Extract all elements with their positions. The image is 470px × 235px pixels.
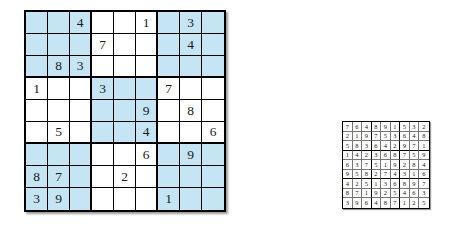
puzzle-cell-r9c5[interactable]	[114, 188, 136, 210]
solution-cell-r3c3: 3	[362, 141, 372, 151]
puzzle-cell-r6c6[interactable]: 4	[136, 122, 158, 144]
puzzle-cell-r4c2[interactable]	[48, 78, 70, 100]
puzzle-cell-r3c4[interactable]	[92, 56, 114, 78]
solution-cell-r7c7: 8	[400, 179, 410, 189]
puzzle-cell-r3c5[interactable]	[114, 56, 136, 78]
puzzle-cell-r9c3[interactable]	[70, 188, 92, 210]
solution-cell-r2c7: 6	[400, 132, 410, 142]
solution-cell-r2c3: 9	[362, 132, 372, 142]
solution-cell-r9c2: 9	[353, 198, 363, 208]
solution-cell-r3c7: 9	[400, 141, 410, 151]
puzzle-cell-r4c9[interactable]	[202, 78, 224, 100]
puzzle-cell-r1c6[interactable]: 1	[136, 12, 158, 34]
puzzle-cell-r6c1[interactable]	[26, 122, 48, 144]
puzzle-cell-r4c3[interactable]	[70, 78, 92, 100]
puzzle-cell-r9c1[interactable]: 3	[26, 188, 48, 210]
puzzle-cell-r7c9[interactable]	[202, 144, 224, 166]
solution-cell-r9c8: 2	[410, 198, 420, 208]
puzzle-cell-r1c4[interactable]	[92, 12, 114, 34]
puzzle-cell-r1c8[interactable]: 3	[180, 12, 202, 34]
puzzle-cell-r5c3[interactable]	[70, 100, 92, 122]
puzzle-cell-r7c5[interactable]	[114, 144, 136, 166]
puzzle-cell-r6c3[interactable]	[70, 122, 92, 144]
puzzle-cell-r1c7[interactable]	[158, 12, 180, 34]
solution-cell-r9c7: 1	[400, 198, 410, 208]
puzzle-cell-r2c2[interactable]	[48, 34, 70, 56]
puzzle-cell-r9c2[interactable]: 9	[48, 188, 70, 210]
solution-cell-r7c8: 9	[410, 179, 420, 189]
solution-cell-r6c7: 3	[400, 170, 410, 180]
puzzle-cell-r5c2[interactable]	[48, 100, 70, 122]
solution-cell-r7c5: 3	[381, 179, 391, 189]
solution-cell-r2c2: 1	[353, 132, 363, 142]
puzzle-cell-r7c2[interactable]	[48, 144, 70, 166]
puzzle-cell-r1c9[interactable]	[202, 12, 224, 34]
solution-cell-r6c4: 2	[372, 170, 382, 180]
puzzle-cell-r7c6[interactable]: 6	[136, 144, 158, 166]
puzzle-cell-r3c1[interactable]	[26, 56, 48, 78]
puzzle-cell-r8c5[interactable]: 2	[114, 166, 136, 188]
solution-cell-r2c1: 2	[343, 132, 353, 142]
solution-cell-r8c2: 7	[353, 189, 363, 199]
puzzle-cell-r2c5[interactable]	[114, 34, 136, 56]
solution-cell-r1c8: 3	[410, 122, 420, 132]
solution-cell-r1c2: 6	[353, 122, 363, 132]
solution-cell-r4c4: 3	[372, 151, 382, 161]
solution-cell-r4c6: 8	[391, 151, 401, 161]
solution-cell-r8c7: 4	[400, 189, 410, 199]
solution-cell-r8c3: 1	[362, 189, 372, 199]
solution-cell-r4c2: 4	[353, 151, 363, 161]
puzzle-cell-r5c9[interactable]	[202, 100, 224, 122]
puzzle-cell-r4c6[interactable]	[136, 78, 158, 100]
solution-cell-r7c1: 4	[343, 179, 353, 189]
puzzle-cell-r6c9[interactable]: 6	[202, 122, 224, 144]
solution-cell-r2c6: 3	[391, 132, 401, 142]
solution-cell-r6c2: 5	[353, 170, 363, 180]
solution-cell-r5c7: 2	[400, 160, 410, 170]
puzzle-cell-r3c2[interactable]: 8	[48, 56, 70, 78]
puzzle-cell-r8c8[interactable]	[180, 166, 202, 188]
solution-cell-r5c9: 4	[419, 160, 429, 170]
puzzle-cell-r5c4[interactable]	[92, 100, 114, 122]
solution-cell-r4c9: 9	[419, 151, 429, 161]
solution-cell-r4c7: 7	[400, 151, 410, 161]
puzzle-cell-r9c9[interactable]	[202, 188, 224, 210]
puzzle-cell-r9c4[interactable]	[92, 188, 114, 210]
puzzle-cell-r5c7[interactable]	[158, 100, 180, 122]
solution-cell-r7c9: 7	[419, 179, 429, 189]
puzzle-cell-r1c1[interactable]	[26, 12, 48, 34]
puzzle-cell-r5c1[interactable]	[26, 100, 48, 122]
puzzle-cell-r6c5[interactable]	[114, 122, 136, 144]
puzzle-cell-r9c8[interactable]	[180, 188, 202, 210]
solution-cell-r9c9: 5	[419, 198, 429, 208]
puzzle-cell-r3c8[interactable]	[180, 56, 202, 78]
solution-cell-r1c6: 1	[391, 122, 401, 132]
sudoku-puzzle-board: 41374831379854669872391	[24, 10, 226, 212]
solution-cell-r7c4: 1	[372, 179, 382, 189]
sudoku-solution-board: 7648915322197536485836429711423687596375…	[342, 121, 430, 209]
puzzle-cell-r1c2[interactable]	[48, 12, 70, 34]
puzzle-cell-r8c1[interactable]: 8	[26, 166, 48, 188]
solution-cell-r5c8: 8	[410, 160, 420, 170]
solution-cell-r3c8: 7	[410, 141, 420, 151]
puzzle-cell-r4c1[interactable]: 1	[26, 78, 48, 100]
solution-cell-r2c4: 7	[372, 132, 382, 142]
puzzle-cell-r8c4[interactable]	[92, 166, 114, 188]
puzzle-cell-r9c7[interactable]: 1	[158, 188, 180, 210]
solution-cell-r5c5: 1	[381, 160, 391, 170]
solution-cell-r8c8: 6	[410, 189, 420, 199]
puzzle-cell-r7c1[interactable]	[26, 144, 48, 166]
puzzle-cell-r6c2[interactable]: 5	[48, 122, 70, 144]
solution-cell-r8c6: 5	[391, 189, 401, 199]
solution-cell-r4c3: 2	[362, 151, 372, 161]
solution-cell-r9c3: 6	[362, 198, 372, 208]
solution-cell-r6c1: 9	[343, 170, 353, 180]
puzzle-cell-r2c9[interactable]	[202, 34, 224, 56]
solution-cell-r7c3: 5	[362, 179, 372, 189]
puzzle-cell-r6c7[interactable]	[158, 122, 180, 144]
solution-cell-r7c6: 6	[391, 179, 401, 189]
puzzle-cell-r4c8[interactable]	[180, 78, 202, 100]
puzzle-cell-r6c4[interactable]	[92, 122, 114, 144]
solution-cell-r9c5: 8	[381, 198, 391, 208]
puzzle-cell-r1c3[interactable]: 4	[70, 12, 92, 34]
puzzle-cell-r3c6[interactable]	[136, 56, 158, 78]
solution-cell-r4c8: 5	[410, 151, 420, 161]
puzzle-cell-r7c7[interactable]	[158, 144, 180, 166]
puzzle-cell-r2c1[interactable]	[26, 34, 48, 56]
solution-cell-r9c6: 7	[391, 198, 401, 208]
puzzle-cell-r2c3[interactable]	[70, 34, 92, 56]
puzzle-cell-r7c3[interactable]	[70, 144, 92, 166]
puzzle-cell-r1c5[interactable]	[114, 12, 136, 34]
puzzle-cell-r8c3[interactable]	[70, 166, 92, 188]
puzzle-cell-r4c4[interactable]: 3	[92, 78, 114, 100]
puzzle-cell-r3c3[interactable]: 3	[70, 56, 92, 78]
puzzle-cell-r3c9[interactable]	[202, 56, 224, 78]
puzzle-cell-r2c8[interactable]: 4	[180, 34, 202, 56]
solution-cell-r8c5: 2	[381, 189, 391, 199]
puzzle-cell-r7c4[interactable]	[92, 144, 114, 166]
solution-cell-r5c1: 6	[343, 160, 353, 170]
solution-cell-r5c6: 9	[391, 160, 401, 170]
puzzle-cell-r8c7[interactable]	[158, 166, 180, 188]
puzzle-cell-r2c6[interactable]	[136, 34, 158, 56]
puzzle-cell-r4c5[interactable]	[114, 78, 136, 100]
puzzle-cell-r3c7[interactable]	[158, 56, 180, 78]
solution-cell-r3c6: 2	[391, 141, 401, 151]
solution-cell-r1c3: 4	[362, 122, 372, 132]
solution-cell-r9c4: 4	[372, 198, 382, 208]
solution-cell-r1c9: 2	[419, 122, 429, 132]
solution-cell-r8c4: 9	[372, 189, 382, 199]
solution-cell-r8c1: 8	[343, 189, 353, 199]
solution-cell-r5c3: 7	[362, 160, 372, 170]
solution-cell-r2c8: 4	[410, 132, 420, 142]
solution-cell-r3c9: 1	[419, 141, 429, 151]
solution-cell-r6c8: 1	[410, 170, 420, 180]
solution-cell-r1c5: 9	[381, 122, 391, 132]
puzzle-cell-r4c7[interactable]: 7	[158, 78, 180, 100]
solution-cell-r3c1: 5	[343, 141, 353, 151]
solution-cell-r9c1: 3	[343, 198, 353, 208]
solution-cell-r7c2: 2	[353, 179, 363, 189]
solution-cell-r2c5: 5	[381, 132, 391, 142]
puzzle-cell-r5c5[interactable]	[114, 100, 136, 122]
solution-cell-r5c4: 5	[372, 160, 382, 170]
puzzle-cell-r8c9[interactable]	[202, 166, 224, 188]
puzzle-cell-r8c6[interactable]	[136, 166, 158, 188]
solution-cell-r1c7: 5	[400, 122, 410, 132]
puzzle-cell-r7c8[interactable]: 9	[180, 144, 202, 166]
solution-cell-r1c4: 8	[372, 122, 382, 132]
puzzle-cell-r8c2[interactable]: 7	[48, 166, 70, 188]
puzzle-cell-r2c7[interactable]	[158, 34, 180, 56]
solution-cell-r5c2: 3	[353, 160, 363, 170]
solution-cell-r2c9: 8	[419, 132, 429, 142]
solution-cell-r6c9: 6	[419, 170, 429, 180]
solution-cell-r8c9: 3	[419, 189, 429, 199]
solution-cell-r3c4: 6	[372, 141, 382, 151]
puzzle-cell-r5c8[interactable]: 8	[180, 100, 202, 122]
solution-cell-r4c1: 1	[343, 151, 353, 161]
solution-cell-r6c6: 4	[391, 170, 401, 180]
solution-cell-r3c2: 8	[353, 141, 363, 151]
solution-cell-r6c3: 8	[362, 170, 372, 180]
solution-cell-r4c5: 6	[381, 151, 391, 161]
puzzle-cell-r5c6[interactable]: 9	[136, 100, 158, 122]
puzzle-cell-r9c6[interactable]	[136, 188, 158, 210]
puzzle-cell-r6c8[interactable]	[180, 122, 202, 144]
puzzle-cell-r2c4[interactable]: 7	[92, 34, 114, 56]
solution-cell-r6c5: 7	[381, 170, 391, 180]
solution-cell-r3c5: 4	[381, 141, 391, 151]
solution-cell-r1c1: 7	[343, 122, 353, 132]
